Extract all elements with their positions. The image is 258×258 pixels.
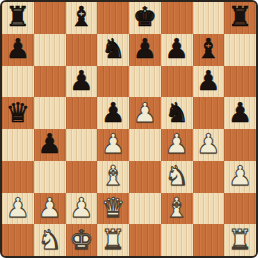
square-f5[interactable]: ♞ bbox=[161, 97, 193, 129]
piece-white-queen-d2[interactable]: ♛ bbox=[101, 194, 125, 221]
square-h8[interactable]: ♜ bbox=[224, 2, 256, 34]
square-f1[interactable] bbox=[161, 224, 193, 256]
square-g5[interactable] bbox=[193, 97, 225, 129]
piece-white-rook-d1[interactable]: ♜ bbox=[101, 226, 125, 253]
square-d5[interactable]: ♟ bbox=[97, 97, 129, 129]
square-g4[interactable]: ♟ bbox=[193, 129, 225, 161]
square-c2[interactable]: ♟ bbox=[66, 193, 98, 225]
square-c4[interactable] bbox=[66, 129, 98, 161]
piece-black-bishop-c8[interactable]: ♝ bbox=[69, 3, 93, 30]
piece-white-king-c1[interactable]: ♚ bbox=[69, 226, 93, 253]
piece-white-pawn-d4[interactable]: ♟ bbox=[101, 130, 125, 157]
piece-white-pawn-e5[interactable]: ♟ bbox=[133, 99, 157, 126]
square-b8[interactable] bbox=[34, 2, 66, 34]
piece-black-king-e8[interactable]: ♚ bbox=[133, 3, 157, 30]
square-f2[interactable]: ♝ bbox=[161, 193, 193, 225]
square-d1[interactable]: ♜ bbox=[97, 224, 129, 256]
piece-white-rook-h1[interactable]: ♜ bbox=[228, 226, 252, 253]
square-e6[interactable] bbox=[129, 66, 161, 98]
square-d6[interactable] bbox=[97, 66, 129, 98]
square-d8[interactable] bbox=[97, 2, 129, 34]
piece-black-pawn-d5[interactable]: ♟ bbox=[101, 99, 125, 126]
square-b4[interactable]: ♟ bbox=[34, 129, 66, 161]
square-f3[interactable]: ♞ bbox=[161, 161, 193, 193]
square-h6[interactable] bbox=[224, 66, 256, 98]
piece-black-pawn-g6[interactable]: ♟ bbox=[196, 67, 220, 94]
piece-white-pawn-a2[interactable]: ♟ bbox=[6, 194, 30, 221]
square-b1[interactable]: ♞ bbox=[34, 224, 66, 256]
piece-white-knight-b1[interactable]: ♞ bbox=[38, 226, 62, 253]
piece-white-pawn-g4[interactable]: ♟ bbox=[196, 130, 220, 157]
square-h2[interactable] bbox=[224, 193, 256, 225]
piece-black-pawn-f7[interactable]: ♟ bbox=[165, 35, 189, 62]
square-c6[interactable]: ♟ bbox=[66, 66, 98, 98]
piece-black-knight-d7[interactable]: ♞ bbox=[101, 35, 125, 62]
square-a4[interactable] bbox=[2, 129, 34, 161]
square-e7[interactable]: ♟ bbox=[129, 34, 161, 66]
square-c5[interactable] bbox=[66, 97, 98, 129]
square-b3[interactable] bbox=[34, 161, 66, 193]
square-c7[interactable] bbox=[66, 34, 98, 66]
square-g1[interactable] bbox=[193, 224, 225, 256]
square-d2[interactable]: ♛ bbox=[97, 193, 129, 225]
square-e1[interactable] bbox=[129, 224, 161, 256]
piece-white-bishop-f2[interactable]: ♝ bbox=[165, 194, 189, 221]
square-g8[interactable] bbox=[193, 2, 225, 34]
square-e3[interactable] bbox=[129, 161, 161, 193]
piece-black-rook-a8[interactable]: ♜ bbox=[6, 3, 30, 30]
square-a1[interactable] bbox=[2, 224, 34, 256]
square-b7[interactable] bbox=[34, 34, 66, 66]
square-g3[interactable] bbox=[193, 161, 225, 193]
square-h1[interactable]: ♜ bbox=[224, 224, 256, 256]
chess-board-frame: ♜♝♚♜♟♞♟♟♝♟♟♛♟♟♞♟♟♟♟♟♝♞♟♟♟♟♛♝♞♚♜♜ bbox=[0, 0, 258, 258]
square-g6[interactable]: ♟ bbox=[193, 66, 225, 98]
square-b6[interactable] bbox=[34, 66, 66, 98]
square-d4[interactable]: ♟ bbox=[97, 129, 129, 161]
square-a2[interactable]: ♟ bbox=[2, 193, 34, 225]
piece-white-bishop-d3[interactable]: ♝ bbox=[101, 162, 125, 189]
square-g7[interactable]: ♝ bbox=[193, 34, 225, 66]
square-a5[interactable]: ♛ bbox=[2, 97, 34, 129]
piece-white-knight-f3[interactable]: ♞ bbox=[165, 162, 189, 189]
piece-black-pawn-h5[interactable]: ♟ bbox=[228, 99, 252, 126]
square-c3[interactable] bbox=[66, 161, 98, 193]
piece-black-knight-f5[interactable]: ♞ bbox=[165, 99, 189, 126]
square-h7[interactable] bbox=[224, 34, 256, 66]
square-e4[interactable] bbox=[129, 129, 161, 161]
piece-black-queen-a5[interactable]: ♛ bbox=[6, 99, 30, 126]
square-h3[interactable]: ♟ bbox=[224, 161, 256, 193]
square-a8[interactable]: ♜ bbox=[2, 2, 34, 34]
square-c8[interactable]: ♝ bbox=[66, 2, 98, 34]
square-g2[interactable] bbox=[193, 193, 225, 225]
square-h4[interactable] bbox=[224, 129, 256, 161]
piece-black-rook-h8[interactable]: ♜ bbox=[228, 3, 252, 30]
piece-black-bishop-g7[interactable]: ♝ bbox=[196, 35, 220, 62]
piece-black-pawn-a7[interactable]: ♟ bbox=[6, 35, 30, 62]
chess-board: ♜♝♚♜♟♞♟♟♝♟♟♛♟♟♞♟♟♟♟♟♝♞♟♟♟♟♛♝♞♚♜♜ bbox=[2, 2, 256, 256]
square-f6[interactable] bbox=[161, 66, 193, 98]
square-b2[interactable]: ♟ bbox=[34, 193, 66, 225]
square-a7[interactable]: ♟ bbox=[2, 34, 34, 66]
square-a6[interactable] bbox=[2, 66, 34, 98]
square-e5[interactable]: ♟ bbox=[129, 97, 161, 129]
square-a3[interactable] bbox=[2, 161, 34, 193]
piece-white-pawn-b2[interactable]: ♟ bbox=[38, 194, 62, 221]
square-e8[interactable]: ♚ bbox=[129, 2, 161, 34]
piece-black-pawn-c6[interactable]: ♟ bbox=[69, 67, 93, 94]
piece-black-pawn-e7[interactable]: ♟ bbox=[133, 35, 157, 62]
square-b5[interactable] bbox=[34, 97, 66, 129]
piece-black-pawn-b4[interactable]: ♟ bbox=[38, 130, 62, 157]
square-d3[interactable]: ♝ bbox=[97, 161, 129, 193]
piece-white-pawn-h3[interactable]: ♟ bbox=[228, 162, 252, 189]
piece-white-pawn-f4[interactable]: ♟ bbox=[165, 130, 189, 157]
square-e2[interactable] bbox=[129, 193, 161, 225]
square-h5[interactable]: ♟ bbox=[224, 97, 256, 129]
square-d7[interactable]: ♞ bbox=[97, 34, 129, 66]
piece-white-pawn-c2[interactable]: ♟ bbox=[69, 194, 93, 221]
square-f4[interactable]: ♟ bbox=[161, 129, 193, 161]
square-f8[interactable] bbox=[161, 2, 193, 34]
square-c1[interactable]: ♚ bbox=[66, 224, 98, 256]
square-f7[interactable]: ♟ bbox=[161, 34, 193, 66]
